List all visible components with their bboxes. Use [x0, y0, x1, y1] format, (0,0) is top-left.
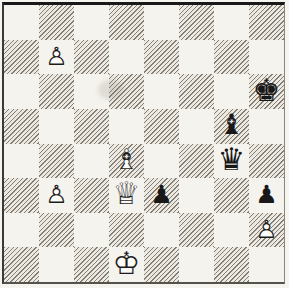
scanned-chess-diagram: { "game": "chess", "diagram_style": "pri… [0, 0, 289, 288]
piece-black-king-h6: ♚ [249, 74, 284, 109]
chess-board-frame: ♟♙♚♝♝♗♛♟♙♛♕♟♟♟♙♚♔ [2, 2, 285, 284]
square-f1 [179, 247, 214, 282]
square-f6 [179, 74, 214, 109]
square-g7 [214, 40, 249, 75]
square-h4 [249, 144, 284, 179]
square-f5 [179, 109, 214, 144]
piece-black-pawn-h3: ♟ [249, 178, 284, 213]
square-e8 [144, 5, 179, 40]
square-h5 [249, 109, 284, 144]
square-b3: ♟♙ [39, 178, 74, 213]
square-c6 [74, 74, 109, 109]
square-a1 [4, 247, 39, 282]
piece-black-queen-g4: ♛ [214, 144, 249, 179]
square-e6 [144, 74, 179, 109]
square-d2 [109, 213, 144, 248]
square-c8 [74, 5, 109, 40]
square-a6 [4, 74, 39, 109]
square-f2 [179, 213, 214, 248]
piece-white-pawn-b7: ♟♙ [39, 40, 74, 75]
square-h6: ♚ [249, 74, 284, 109]
square-f8 [179, 5, 214, 40]
square-d6 [109, 74, 144, 109]
square-f7 [179, 40, 214, 75]
square-g3 [214, 178, 249, 213]
square-b4 [39, 144, 74, 179]
square-d5 [109, 109, 144, 144]
square-a2 [4, 213, 39, 248]
square-c1 [74, 247, 109, 282]
piece-white-bishop-d4: ♝♗ [109, 144, 144, 179]
piece-white-pawn-h2: ♟♙ [249, 213, 284, 248]
square-g5: ♝ [214, 109, 249, 144]
square-e4 [144, 144, 179, 179]
square-c3 [74, 178, 109, 213]
square-d1: ♚♔ [109, 247, 144, 282]
square-h1 [249, 247, 284, 282]
square-g1 [214, 247, 249, 282]
square-a4 [4, 144, 39, 179]
square-f4 [179, 144, 214, 179]
square-c2 [74, 213, 109, 248]
square-d7 [109, 40, 144, 75]
square-e2 [144, 213, 179, 248]
square-e5 [144, 109, 179, 144]
square-c7 [74, 40, 109, 75]
square-h7 [249, 40, 284, 75]
square-h3: ♟ [249, 178, 284, 213]
square-e7 [144, 40, 179, 75]
piece-white-queen-d3: ♛♕ [109, 178, 144, 213]
square-g4: ♛ [214, 144, 249, 179]
square-b7: ♟♙ [39, 40, 74, 75]
piece-white-king-d1: ♚♔ [109, 247, 144, 282]
piece-black-bishop-g5: ♝ [214, 109, 249, 144]
square-f3 [179, 178, 214, 213]
square-c5 [74, 109, 109, 144]
square-b1 [39, 247, 74, 282]
square-e1 [144, 247, 179, 282]
piece-white-pawn-b3: ♟♙ [39, 178, 74, 213]
square-d4: ♝♗ [109, 144, 144, 179]
square-b5 [39, 109, 74, 144]
chess-board: ♟♙♚♝♝♗♛♟♙♛♕♟♟♟♙♚♔ [4, 5, 284, 282]
square-g8 [214, 5, 249, 40]
piece-black-pawn-e3: ♟ [144, 178, 179, 213]
square-e3: ♟ [144, 178, 179, 213]
square-a3 [4, 178, 39, 213]
square-b8 [39, 5, 74, 40]
square-d8 [109, 5, 144, 40]
square-g6 [214, 74, 249, 109]
square-d3: ♛♕ [109, 178, 144, 213]
square-c4 [74, 144, 109, 179]
square-h2: ♟♙ [249, 213, 284, 248]
square-h8 [249, 5, 284, 40]
square-a5 [4, 109, 39, 144]
square-a8 [4, 5, 39, 40]
square-g2 [214, 213, 249, 248]
square-b6 [39, 74, 74, 109]
square-b2 [39, 213, 74, 248]
square-a7 [4, 40, 39, 75]
